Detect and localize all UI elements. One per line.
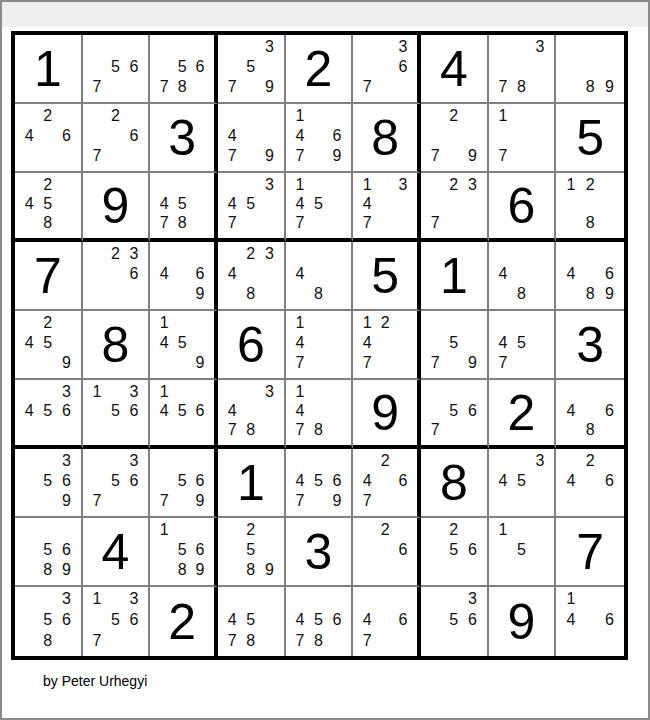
pencil-slot-empty [328, 589, 347, 610]
cell-r2c1[interactable]: 246 [15, 104, 83, 173]
pencil-mark-6: 6 [57, 471, 76, 491]
pencil-slot-empty [512, 560, 531, 580]
pencil-mark-3: 3 [125, 589, 144, 610]
pencil-slot-empty [426, 630, 445, 651]
pencil-mark-4: 4 [358, 333, 376, 353]
pencil-slot-empty [155, 560, 173, 580]
pencil-mark-4: 4 [223, 610, 242, 631]
pencil-mark-5: 5 [39, 333, 58, 353]
pencil-slot-empty [463, 630, 482, 651]
pencil-marks: 2458 [20, 175, 76, 233]
pencil-slot-empty [39, 421, 58, 440]
pencil-slot-empty [512, 264, 531, 284]
pencil-mark-8: 8 [39, 560, 58, 580]
pencil-mark-4: 4 [20, 401, 39, 420]
pencil-slot-empty [463, 560, 482, 580]
pencil-slot-empty [125, 106, 144, 126]
pencil-slot-empty [223, 520, 242, 540]
pencil-slot-empty [39, 126, 58, 146]
pencil-marks: 3478 [223, 382, 279, 440]
pencil-slot-empty [20, 146, 39, 166]
pencil-mark-5: 5 [512, 471, 531, 491]
pencil-mark-4: 4 [358, 471, 376, 491]
cell-r3c2[interactable]: 9 [83, 173, 151, 242]
pencil-slot-empty [20, 589, 39, 610]
pencil-mark-9: 9 [57, 491, 76, 511]
pencil-slot-empty [445, 421, 464, 440]
pencil-mark-3: 3 [125, 382, 144, 401]
cell-r9c2[interactable]: 13567 [83, 587, 151, 656]
pencil-mark-3: 3 [463, 175, 482, 194]
pencil-slot-empty [531, 77, 550, 97]
cell-r6c2[interactable]: 1356 [83, 380, 151, 449]
pencil-mark-6: 6 [394, 610, 412, 631]
pencil-mark-7: 7 [358, 491, 376, 511]
pencil-slot-empty [394, 77, 412, 97]
pencil-marks: 5678 [155, 37, 209, 97]
pencil-slot-empty [581, 491, 600, 511]
pencil-mark-6: 6 [191, 264, 209, 284]
pencil-slot-empty [309, 589, 328, 610]
pencil-mark-3: 3 [260, 175, 279, 194]
pencil-slot-empty [106, 630, 125, 651]
big-digit: 1 [421, 242, 487, 309]
pencil-slot-empty [426, 175, 445, 194]
pencil-slot-empty [173, 37, 191, 57]
pencil-mark-6: 6 [600, 610, 619, 631]
pencil-mark-7: 7 [494, 353, 513, 373]
pencil-mark-7: 7 [223, 421, 242, 440]
cell-r3c6[interactable]: 1347 [353, 173, 421, 242]
cell-r4c3[interactable]: 469 [150, 242, 218, 311]
pencil-slot-empty [291, 451, 310, 471]
pencil-slot-empty [191, 520, 209, 540]
pencil-slot-empty [445, 589, 464, 610]
cell-r5c5[interactable]: 147 [286, 311, 354, 380]
pencil-slot-empty [600, 630, 619, 651]
pencil-slot-empty [531, 146, 550, 166]
pencil-mark-2: 2 [106, 244, 125, 264]
pencil-mark-7: 7 [88, 491, 107, 511]
pencil-slot-empty [512, 244, 531, 264]
cell-r5c8[interactable]: 457 [489, 311, 557, 380]
pencil-slot-empty [328, 264, 347, 284]
cell-r5c1[interactable]: 2459 [15, 311, 83, 380]
cell-r6c9[interactable]: 468 [556, 380, 624, 449]
pencil-slot-empty [106, 77, 125, 97]
cell-r7c1[interactable]: 3569 [15, 449, 83, 518]
cell-r9c1[interactable]: 3568 [15, 587, 83, 656]
pencil-slot-empty [106, 37, 125, 57]
pencil-mark-6: 6 [463, 540, 482, 560]
cell-r1c8[interactable]: 378 [489, 35, 557, 104]
pencil-slot-empty [512, 520, 531, 540]
cell-r2c2[interactable]: 267 [83, 104, 151, 173]
pencil-slot-empty [191, 244, 209, 264]
cell-r6c8[interactable]: 2 [489, 380, 557, 449]
pencil-slot-empty [463, 520, 482, 540]
pencil-marks: 3579 [223, 37, 279, 97]
pencil-slot-empty [57, 630, 76, 651]
pencil-slot-empty [20, 382, 39, 401]
pencil-mark-3: 3 [463, 589, 482, 610]
cell-r7c8[interactable]: 345 [489, 449, 557, 518]
pencil-mark-7: 7 [494, 146, 513, 166]
cell-r2c6[interactable]: 8 [353, 104, 421, 173]
pencil-slot-empty [494, 284, 513, 304]
pencil-marks: 146 [561, 589, 619, 651]
pencil-slot-empty [463, 126, 482, 146]
cell-r2c5[interactable]: 14679 [286, 104, 354, 173]
pencil-slot-empty [494, 126, 513, 146]
pencil-mark-8: 8 [242, 421, 261, 440]
cell-r4c2[interactable]: 236 [83, 242, 151, 311]
cell-r9c6[interactable]: 467 [353, 587, 421, 656]
pencil-slot-empty [191, 194, 209, 213]
cell-r4c6[interactable]: 5 [353, 242, 421, 311]
pencil-mark-1: 1 [561, 589, 580, 610]
pencil-slot-empty [445, 146, 464, 166]
pencil-slot-empty [561, 37, 580, 57]
pencil-mark-4: 4 [291, 194, 310, 213]
cell-r4c9[interactable]: 4689 [556, 242, 624, 311]
pencil-mark-6: 6 [57, 401, 76, 420]
big-digit: 8 [353, 104, 417, 171]
pencil-slot-empty [561, 630, 580, 651]
pencil-slot-empty [328, 421, 347, 440]
pencil-slot-empty [445, 126, 464, 146]
cell-r8c9[interactable]: 7 [556, 518, 624, 587]
cell-r3c9[interactable]: 128 [556, 173, 624, 242]
pencil-slot-empty [242, 382, 261, 401]
pencil-slot-empty [561, 194, 580, 213]
pencil-mark-3: 3 [57, 382, 76, 401]
pencil-mark-6: 6 [125, 401, 144, 420]
pencil-slot-empty [20, 214, 39, 233]
pencil-mark-1: 1 [155, 313, 173, 333]
pencil-mark-8: 8 [242, 560, 261, 580]
pencil-slot-empty [463, 106, 482, 126]
pencil-mark-6: 6 [125, 610, 144, 631]
cell-r3c8[interactable]: 6 [489, 173, 557, 242]
pencil-slot-empty [125, 37, 144, 57]
cell-r8c5[interactable]: 3 [286, 518, 354, 587]
pencil-marks: 48 [494, 244, 550, 304]
pencil-slot-empty [88, 451, 107, 471]
pencil-slot-empty [155, 421, 173, 440]
pencil-slot-empty [125, 421, 144, 440]
pencil-slot-empty [600, 421, 619, 440]
pencil-slot-empty [426, 194, 445, 213]
pencil-slot-empty [309, 106, 328, 126]
cell-r8c3[interactable]: 15689 [150, 518, 218, 587]
pencil-slot-empty [155, 540, 173, 560]
pencil-slot-empty [426, 333, 445, 353]
pencil-mark-8: 8 [581, 284, 600, 304]
pencil-mark-6: 6 [191, 471, 209, 491]
cell-r8c7[interactable]: 256 [421, 518, 489, 587]
pencil-mark-3: 3 [57, 589, 76, 610]
pencil-slot-empty [394, 194, 412, 213]
pencil-mark-8: 8 [173, 77, 191, 97]
pencil-slot-empty [291, 244, 310, 264]
cell-r7c3[interactable]: 5679 [150, 449, 218, 518]
cell-r7c2[interactable]: 3567 [83, 449, 151, 518]
pencil-slot-empty [600, 37, 619, 57]
pencil-slot-empty [494, 491, 513, 511]
pencil-marks: 567 [426, 382, 482, 440]
pencil-slot-empty [394, 333, 412, 353]
pencil-mark-7: 7 [88, 77, 107, 97]
pencil-slot-empty [242, 401, 261, 420]
cell-r1c6[interactable]: 367 [353, 35, 421, 104]
pencil-slot-empty [376, 610, 394, 631]
cell-r2c7[interactable]: 279 [421, 104, 489, 173]
pencil-slot-empty [106, 126, 125, 146]
pencil-slot-empty [494, 540, 513, 560]
cell-r7c9[interactable]: 246 [556, 449, 624, 518]
pencil-mark-6: 6 [394, 540, 412, 560]
cell-r6c5[interactable]: 1478 [286, 380, 354, 449]
pencil-mark-4: 4 [20, 126, 39, 146]
cell-r5c9[interactable]: 3 [556, 311, 624, 380]
cell-r5c3[interactable]: 1459 [150, 311, 218, 380]
cell-r5c2[interactable]: 8 [83, 311, 151, 380]
cell-r7c6[interactable]: 2467 [353, 449, 421, 518]
pencil-slot-empty [155, 353, 173, 373]
cell-r5c6[interactable]: 1247 [353, 311, 421, 380]
pencil-marks: 17 [494, 106, 550, 166]
cell-r3c5[interactable]: 1457 [286, 173, 354, 242]
pencil-mark-2: 2 [242, 244, 261, 264]
cell-r4c5[interactable]: 48 [286, 242, 354, 311]
big-digit: 3 [150, 104, 214, 171]
pencil-mark-2: 2 [376, 313, 394, 333]
cell-r6c7[interactable]: 567 [421, 380, 489, 449]
cell-r9c7[interactable]: 356 [421, 587, 489, 656]
pencil-marks: 1456 [155, 382, 209, 440]
pencil-marks: 15689 [155, 520, 209, 580]
pencil-slot-empty [88, 264, 107, 284]
cell-r6c3[interactable]: 1456 [150, 380, 218, 449]
pencil-slot-empty [561, 57, 580, 77]
pencil-mark-5: 5 [39, 401, 58, 420]
pencil-mark-7: 7 [358, 630, 376, 651]
pencil-marks: 45678 [291, 589, 347, 651]
cell-r8c1[interactable]: 5689 [15, 518, 83, 587]
pencil-slot-empty [309, 353, 328, 373]
pencil-slot-empty [57, 313, 76, 333]
cell-r8c6[interactable]: 26 [353, 518, 421, 587]
cell-r1c2[interactable]: 567 [83, 35, 151, 104]
pencil-slot-empty [581, 610, 600, 631]
pencil-slot-empty [531, 244, 550, 264]
cell-r1c4[interactable]: 3579 [218, 35, 286, 104]
cell-r8c4[interactable]: 2589 [218, 518, 286, 587]
pencil-slot-empty [445, 630, 464, 651]
pencil-mark-2: 2 [581, 451, 600, 471]
big-digit: 5 [556, 104, 624, 171]
pencil-slot-empty [260, 57, 279, 77]
cell-r3c1[interactable]: 2458 [15, 173, 83, 242]
pencil-slot-empty [394, 313, 412, 333]
pencil-mark-6: 6 [600, 471, 619, 491]
cell-r6c4[interactable]: 3478 [218, 380, 286, 449]
pencil-slot-empty [242, 37, 261, 57]
pencil-slot-empty [463, 313, 482, 333]
pencil-slot-empty [494, 244, 513, 264]
pencil-mark-5: 5 [242, 194, 261, 213]
cell-r1c9[interactable]: 89 [556, 35, 624, 104]
pencil-slot-empty [531, 353, 550, 373]
cell-r1c1[interactable]: 1 [15, 35, 83, 104]
pencil-marks: 479 [223, 106, 279, 166]
pencil-slot-empty [88, 244, 107, 264]
cell-r7c4[interactable]: 1 [218, 449, 286, 518]
cell-r4c7[interactable]: 1 [421, 242, 489, 311]
pencil-mark-3: 3 [260, 382, 279, 401]
pencil-marks: 26 [358, 520, 412, 580]
big-digit: 2 [489, 380, 555, 445]
pencil-mark-4: 4 [291, 264, 310, 284]
cell-r9c4[interactable]: 4578 [218, 587, 286, 656]
pencil-mark-5: 5 [173, 194, 191, 213]
pencil-marks: 3569 [20, 451, 76, 511]
pencil-mark-7: 7 [358, 353, 376, 373]
pencil-mark-6: 6 [125, 126, 144, 146]
pencil-mark-4: 4 [494, 471, 513, 491]
pencil-mark-7: 7 [291, 214, 310, 233]
pencil-slot-empty [531, 560, 550, 580]
cell-r9c3[interactable]: 2 [150, 587, 218, 656]
pencil-mark-5: 5 [39, 540, 58, 560]
pencil-mark-2: 2 [445, 175, 464, 194]
pencil-slot-empty [494, 57, 513, 77]
pencil-slot-empty [328, 106, 347, 126]
pencil-slot-empty [376, 57, 394, 77]
cell-r9c5[interactable]: 45678 [286, 587, 354, 656]
pencil-slot-empty [309, 244, 328, 264]
pencil-slot-empty [20, 421, 39, 440]
pencil-mark-5: 5 [242, 610, 261, 631]
pencil-slot-empty [426, 520, 445, 540]
pencil-slot-empty [531, 333, 550, 353]
cell-r8c2[interactable]: 4 [83, 518, 151, 587]
pencil-slot-empty [191, 175, 209, 194]
cell-r2c3[interactable]: 3 [150, 104, 218, 173]
cell-r3c3[interactable]: 4578 [150, 173, 218, 242]
pencil-slot-empty [173, 244, 191, 264]
cell-r4c4[interactable]: 2348 [218, 242, 286, 311]
pencil-slot-empty [57, 333, 76, 353]
cell-r4c1[interactable]: 7 [15, 242, 83, 311]
pencil-slot-empty [173, 491, 191, 511]
cell-r3c7[interactable]: 237 [421, 173, 489, 242]
pencil-mark-1: 1 [155, 520, 173, 540]
pencil-slot-empty [512, 37, 531, 57]
pencil-slot-empty [358, 540, 376, 560]
pencil-slot-empty [88, 421, 107, 440]
pencil-slot-empty [125, 146, 144, 166]
pencil-mark-7: 7 [155, 491, 173, 511]
cell-r7c5[interactable]: 45679 [286, 449, 354, 518]
cell-r2c8[interactable]: 17 [489, 104, 557, 173]
pencil-slot-empty [155, 244, 173, 264]
pencil-slot-empty [581, 401, 600, 420]
cell-r1c3[interactable]: 5678 [150, 35, 218, 104]
pencil-mark-9: 9 [191, 353, 209, 373]
cell-r9c8[interactable]: 9 [489, 587, 557, 656]
pencil-marks: 89 [561, 37, 619, 97]
big-digit: 9 [353, 380, 417, 445]
pencil-mark-8: 8 [581, 421, 600, 440]
cell-r2c4[interactable]: 479 [218, 104, 286, 173]
cell-r9c9[interactable]: 146 [556, 587, 624, 656]
pencil-mark-2: 2 [39, 175, 58, 194]
pencil-mark-4: 4 [358, 610, 376, 631]
cell-r6c6[interactable]: 9 [353, 380, 421, 449]
pencil-mark-5: 5 [309, 610, 328, 631]
pencil-slot-empty [191, 421, 209, 440]
cell-r5c4[interactable]: 6 [218, 311, 286, 380]
cell-r1c5[interactable]: 2 [286, 35, 354, 104]
pencil-slot-empty [106, 589, 125, 610]
cell-r2c9[interactable]: 5 [556, 104, 624, 173]
pencil-slot-empty [376, 77, 394, 97]
pencil-slot-empty [260, 214, 279, 233]
pencil-slot-empty [260, 284, 279, 304]
pencil-slot-empty [309, 491, 328, 511]
pencil-mark-6: 6 [600, 264, 619, 284]
pencil-mark-6: 6 [600, 401, 619, 420]
pencil-marks: 5679 [155, 451, 209, 511]
pencil-slot-empty [600, 57, 619, 77]
pencil-mark-7: 7 [494, 77, 513, 97]
pencil-slot-empty [309, 214, 328, 233]
pencil-mark-1: 1 [291, 382, 310, 401]
pencil-marks: 147 [291, 313, 347, 373]
pencil-mark-4: 4 [494, 333, 513, 353]
cell-r6c1[interactable]: 3456 [15, 380, 83, 449]
pencil-slot-empty [173, 264, 191, 284]
cell-r1c7[interactable]: 4 [421, 35, 489, 104]
cell-r7c7[interactable]: 8 [421, 449, 489, 518]
pencil-mark-7: 7 [155, 214, 173, 233]
pencil-slot-empty [531, 491, 550, 511]
pencil-slot-empty [328, 175, 347, 194]
pencil-mark-7: 7 [426, 146, 445, 166]
pencil-slot-empty [223, 560, 242, 580]
cell-r8c8[interactable]: 15 [489, 518, 557, 587]
pencil-slot-empty [106, 264, 125, 284]
cell-r3c4[interactable]: 3457 [218, 173, 286, 242]
pencil-slot-empty [125, 284, 144, 304]
pencil-slot-empty [223, 37, 242, 57]
pencil-slot-empty [191, 333, 209, 353]
cell-r5c7[interactable]: 579 [421, 311, 489, 380]
pencil-mark-5: 5 [512, 333, 531, 353]
pencil-slot-empty [561, 214, 580, 233]
pencil-mark-4: 4 [223, 264, 242, 284]
pencil-slot-empty [494, 313, 513, 333]
pencil-marks: 13567 [88, 589, 144, 651]
pencil-slot-empty [561, 421, 580, 440]
pencil-mark-4: 4 [291, 126, 310, 146]
pencil-mark-8: 8 [173, 214, 191, 233]
pencil-slot-empty [358, 451, 376, 471]
cell-r4c8[interactable]: 48 [489, 242, 557, 311]
pencil-slot-empty [57, 106, 76, 126]
